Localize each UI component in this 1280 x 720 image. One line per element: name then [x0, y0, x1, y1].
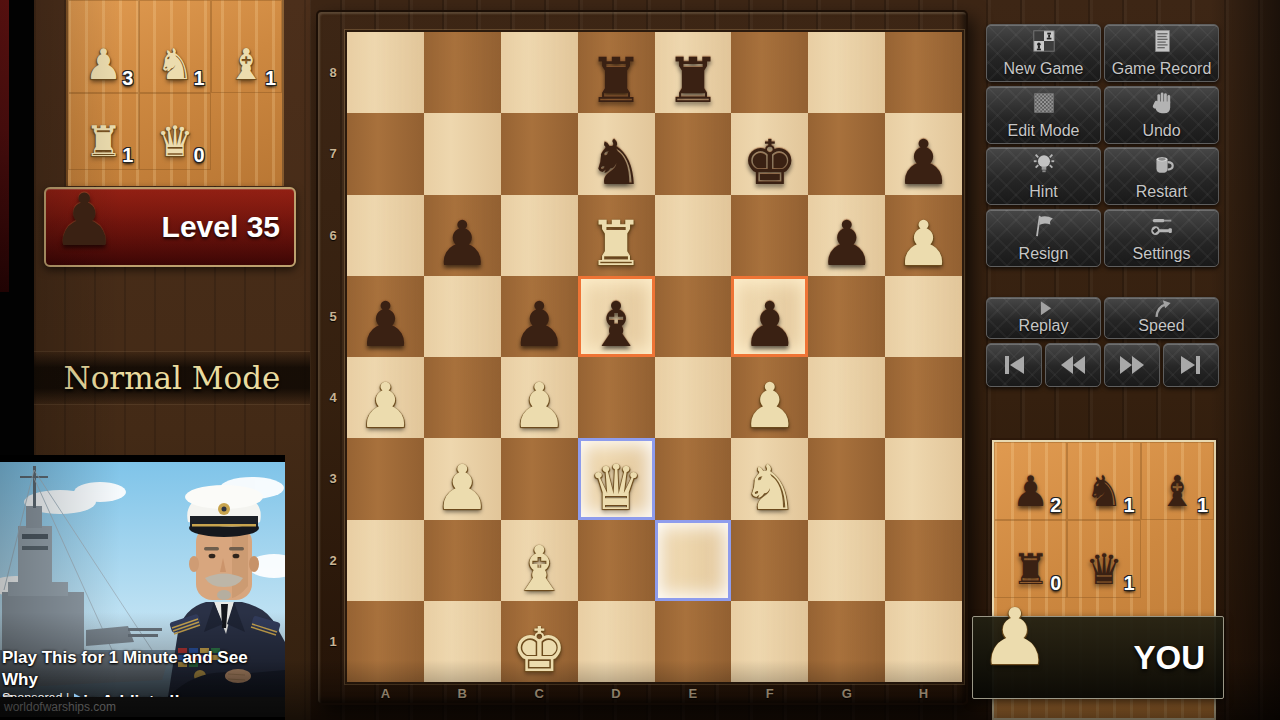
captured-white-bishop-cell: ♝1: [211, 0, 282, 93]
square-f6[interactable]: [731, 195, 808, 276]
undo-button[interactable]: Undo: [1104, 86, 1219, 144]
captured-count: 2: [1050, 494, 1061, 517]
square-b6[interactable]: ♟: [424, 195, 501, 276]
square-d1[interactable]: [578, 601, 655, 682]
rewind-button[interactable]: [1045, 343, 1101, 387]
square-b8[interactable]: [424, 32, 501, 113]
square-c2[interactable]: ♝: [501, 520, 578, 601]
white-knight-f3[interactable]: ♞: [742, 457, 798, 519]
square-b5[interactable]: [424, 276, 501, 357]
captured-count: 0: [1050, 572, 1061, 595]
square-f7[interactable]: ♚: [731, 113, 808, 194]
file-label-G: G: [808, 684, 885, 704]
captured-black-bishop-cell: ♝1: [1141, 442, 1214, 520]
square-d5[interactable]: ♝: [578, 276, 655, 357]
square-h3[interactable]: [885, 438, 962, 519]
white-king-c1[interactable]: ♚: [511, 619, 567, 681]
fast-forward-button[interactable]: [1104, 343, 1160, 387]
square-c7[interactable]: [501, 113, 578, 194]
square-a8[interactable]: [347, 32, 424, 113]
square-c8[interactable]: [501, 32, 578, 113]
square-b1[interactable]: [424, 601, 501, 682]
white-pawn-icon: ♟: [85, 44, 123, 86]
black-pawn-c5[interactable]: ♟: [511, 294, 567, 356]
captured-black-queen-cell: ♛1: [1067, 520, 1140, 598]
square-d3[interactable]: ♛: [578, 438, 655, 519]
game-record-icon: [1149, 28, 1175, 58]
black-pawn-icon: ♟: [1012, 471, 1050, 513]
skip-to-start-icon: [999, 351, 1029, 379]
white-queen-icon: ♛: [156, 121, 194, 163]
white-pawn-b3[interactable]: ♟: [435, 457, 491, 519]
square-g4[interactable]: [808, 357, 885, 438]
captured-white-queen-cell: ♛0: [139, 93, 210, 170]
white-queen-d3[interactable]: ♛: [588, 457, 644, 519]
file-label-C: C: [501, 684, 578, 704]
square-b2[interactable]: [424, 520, 501, 601]
sponsored-label: Sponsored |: [2, 691, 69, 697]
settings-label: Settings: [1133, 244, 1191, 264]
white-pawn-c4[interactable]: ♟: [511, 375, 567, 437]
restart-mug-icon: [1149, 151, 1175, 181]
red-edge-strip: [0, 0, 9, 292]
white-rook-d6[interactable]: ♜: [588, 213, 644, 275]
skip-to-end-icon: [1176, 351, 1206, 379]
square-f3[interactable]: ♞: [731, 438, 808, 519]
black-rook-icon: ♜: [1012, 549, 1050, 591]
white-rook-icon: ♜: [85, 121, 123, 163]
captured-count: 0: [194, 144, 205, 167]
square-g5[interactable]: [808, 276, 885, 357]
captured-white-rook-cell: ♜1: [68, 93, 139, 170]
square-h7[interactable]: ♟: [885, 113, 962, 194]
rewind-icon: [1058, 351, 1088, 379]
speed-button[interactable]: Speed: [1104, 297, 1219, 339]
square-e2[interactable]: [655, 520, 732, 601]
skip-to-start-button[interactable]: [986, 343, 1042, 387]
square-c5[interactable]: ♟: [501, 276, 578, 357]
square-d8[interactable]: ♜: [578, 32, 655, 113]
square-d2[interactable]: [578, 520, 655, 601]
square-f2[interactable]: [731, 520, 808, 601]
square-g3[interactable]: [808, 438, 885, 519]
speed-arrow-icon: [1151, 299, 1173, 323]
rank-label-8: 8: [322, 32, 344, 113]
square-c1[interactable]: ♚: [501, 601, 578, 682]
square-h4[interactable]: [885, 357, 962, 438]
hint-bulb-icon: [1031, 151, 1057, 181]
new-game-icon: [1031, 28, 1057, 58]
edit-mode-icon: [1031, 90, 1057, 120]
resign-label: Resign: [1019, 244, 1069, 264]
restart-label: Restart: [1136, 182, 1188, 202]
adchoices-icon[interactable]: [72, 692, 84, 697]
square-h8[interactable]: [885, 32, 962, 113]
white-pawn-a4[interactable]: ♟: [358, 375, 414, 437]
black-rook-d8[interactable]: ♜: [588, 50, 644, 112]
square-h1[interactable]: [885, 601, 962, 682]
opponent-captured-tray: ♟3♞1♝1♜1♛0: [66, 0, 284, 186]
advertisement[interactable]: Play This for 1 Minute and See Why Every…: [0, 455, 285, 720]
captured-count: 1: [194, 67, 205, 90]
rank-label-6: 6: [322, 195, 344, 276]
hint-button[interactable]: Hint: [986, 147, 1101, 205]
white-bishop-c2[interactable]: ♝: [511, 538, 567, 600]
game-record-label: Game Record: [1112, 59, 1212, 79]
settings-button[interactable]: Settings: [1104, 209, 1219, 267]
resign-flag-icon: [1031, 213, 1057, 243]
square-h2[interactable]: [885, 520, 962, 601]
square-a1[interactable]: [347, 601, 424, 682]
black-pawn-a5[interactable]: ♟: [358, 294, 414, 356]
square-e3[interactable]: [655, 438, 732, 519]
black-knight-icon: ♞: [1085, 471, 1123, 513]
square-f8[interactable]: [731, 32, 808, 113]
black-king-f7[interactable]: ♚: [742, 132, 798, 194]
file-label-E: E: [655, 684, 732, 704]
file-label-A: A: [347, 684, 424, 704]
captured-black-knight-cell: ♞1: [1067, 442, 1140, 520]
square-g7[interactable]: [808, 113, 885, 194]
chess-board: ♜♜♞♚♟♟♜♟♟♟♟♝♟♟♟♟♟♛♞♝♚ 87654321 ABCDEFGH: [316, 10, 968, 705]
ad-sponsored-row[interactable]: Sponsored |: [2, 691, 84, 697]
rank-label-2: 2: [322, 520, 344, 601]
black-pawn-f5[interactable]: ♟: [742, 294, 798, 356]
square-a6[interactable]: [347, 195, 424, 276]
rank-label-7: 7: [322, 113, 344, 194]
opponent-level-label: Level 35: [162, 210, 280, 244]
captured-black-pawn-cell: ♟2: [994, 442, 1067, 520]
mode-band: Normal Mode: [34, 352, 310, 404]
rank-label-4: 4: [322, 357, 344, 438]
square-e5[interactable]: [655, 276, 732, 357]
black-pawn-g6[interactable]: ♟: [819, 213, 875, 275]
square-a4[interactable]: ♟: [347, 357, 424, 438]
game-record-button[interactable]: Game Record: [1104, 24, 1219, 82]
black-bishop-icon: ♝: [1159, 471, 1197, 513]
edit-mode-button[interactable]: Edit Mode: [986, 86, 1101, 144]
square-g6[interactable]: ♟: [808, 195, 885, 276]
fast-forward-icon: [1117, 351, 1147, 379]
white-knight-icon: ♞: [156, 44, 194, 86]
black-queen-icon: ♛: [1085, 549, 1123, 591]
replay-button[interactable]: Replay: [986, 297, 1101, 339]
captured-white-pawn-cell: ♟3: [68, 0, 139, 93]
captured-count: 1: [1197, 494, 1208, 517]
white-pawn-h6[interactable]: ♟: [896, 213, 952, 275]
square-a5[interactable]: ♟: [347, 276, 424, 357]
black-bishop-d5[interactable]: ♝: [588, 294, 644, 356]
square-e8[interactable]: ♜: [655, 32, 732, 113]
player-name-label: YOU: [1133, 639, 1205, 677]
captured-count: 1: [265, 67, 276, 90]
captured-white-knight-cell: ♞1: [139, 0, 210, 93]
white-pawn-avatar-icon: ♟: [980, 598, 1050, 676]
rank-label-3: 3: [322, 438, 344, 519]
square-f5[interactable]: ♟: [731, 276, 808, 357]
skip-to-end-button[interactable]: [1163, 343, 1219, 387]
square-b4[interactable]: [424, 357, 501, 438]
white-bishop-icon: ♝: [228, 44, 266, 86]
resign-button[interactable]: Resign: [986, 209, 1101, 267]
black-rook-e8[interactable]: ♜: [665, 50, 721, 112]
square-d4[interactable]: [578, 357, 655, 438]
square-e1[interactable]: [655, 601, 732, 682]
rank-label-5: 5: [322, 276, 344, 357]
undo-hand-icon: [1149, 90, 1175, 120]
mode-label: Normal Mode: [64, 360, 281, 396]
file-label-F: F: [731, 684, 808, 704]
square-a7[interactable]: [347, 113, 424, 194]
undo-label: Undo: [1142, 121, 1180, 141]
ad-domain-bar[interactable]: worldofwarships.com: [0, 697, 285, 717]
square-d6[interactable]: ♜: [578, 195, 655, 276]
hint-label: Hint: [1029, 182, 1057, 202]
black-pawn-avatar-icon: ♟: [52, 184, 117, 256]
square-g2[interactable]: [808, 520, 885, 601]
square-e4[interactable]: [655, 357, 732, 438]
square-g8[interactable]: [808, 32, 885, 113]
ad-domain: worldofwarships.com: [4, 700, 116, 714]
black-pawn-b6[interactable]: ♟: [435, 213, 491, 275]
square-e7[interactable]: [655, 113, 732, 194]
file-label-B: B: [424, 684, 501, 704]
file-label-H: H: [885, 684, 962, 704]
rank-label-1: 1: [322, 601, 344, 682]
restart-button[interactable]: Restart: [1104, 147, 1219, 205]
captured-count: 1: [122, 144, 133, 167]
square-h5[interactable]: [885, 276, 962, 357]
captured-count: 3: [122, 67, 133, 90]
square-e6[interactable]: [655, 195, 732, 276]
square-c3[interactable]: [501, 438, 578, 519]
square-b3[interactable]: ♟: [424, 438, 501, 519]
square-a3[interactable]: [347, 438, 424, 519]
ad-headline[interactable]: Play This for 1 Minute and See Why Every…: [2, 647, 278, 697]
white-pawn-f4[interactable]: ♟: [742, 375, 798, 437]
captured-count: 1: [1124, 494, 1135, 517]
black-knight-d7[interactable]: ♞: [588, 132, 644, 194]
captured-count: 1: [1124, 572, 1135, 595]
square-f1[interactable]: [731, 601, 808, 682]
replay-play-icon: [1033, 299, 1055, 323]
square-f4[interactable]: ♟: [731, 357, 808, 438]
square-c6[interactable]: [501, 195, 578, 276]
settings-tools-icon: [1149, 213, 1175, 243]
edit-mode-label: Edit Mode: [1007, 121, 1079, 141]
ad-photo-warship-admiral[interactable]: Play This for 1 Minute and See Why Every…: [0, 462, 285, 697]
square-d7[interactable]: ♞: [578, 113, 655, 194]
square-b7[interactable]: [424, 113, 501, 194]
ad-headline-line1: Play This for 1 Minute and See Why: [2, 647, 278, 691]
captured-black-rook-cell: ♜0: [994, 520, 1067, 598]
new-game-button[interactable]: New Game: [986, 24, 1101, 82]
board-squares: ♜♜♞♚♟♟♜♟♟♟♟♝♟♟♟♟♟♛♞♝♚: [347, 32, 962, 682]
square-g1[interactable]: [808, 601, 885, 682]
new-game-label: New Game: [1003, 59, 1083, 79]
file-label-D: D: [578, 684, 655, 704]
chess-app-window: ♟3♞1♝1♜1♛0 Level 35 ♟ Normal Mode: [0, 0, 1280, 720]
square-c4[interactable]: ♟: [501, 357, 578, 438]
black-pawn-h7[interactable]: ♟: [896, 132, 952, 194]
square-h6[interactable]: ♟: [885, 195, 962, 276]
square-a2[interactable]: [347, 520, 424, 601]
